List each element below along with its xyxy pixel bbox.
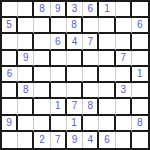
cell-r8c5: 1: [67, 116, 83, 132]
cell-r2c1: 5: [2, 18, 18, 34]
cell-r2c8[interactable]: [116, 18, 132, 34]
cell-r3c2[interactable]: [18, 34, 34, 50]
cell-r9c8[interactable]: [116, 132, 132, 148]
cell-r7c1[interactable]: [2, 99, 18, 115]
cell-r4c7[interactable]: [99, 51, 115, 67]
cell-r2c7[interactable]: [99, 18, 115, 34]
cell-r8c4[interactable]: [51, 116, 67, 132]
cell-r1c7: 1: [99, 2, 115, 18]
cell-r8c9: 8: [132, 116, 148, 132]
cell-r5c6[interactable]: [83, 67, 99, 83]
cell-r9c3: 2: [34, 132, 50, 148]
cell-r6c1[interactable]: [2, 83, 18, 99]
cell-r3c3[interactable]: [34, 34, 50, 50]
cell-r4c8: 7: [116, 51, 132, 67]
cell-r9c4: 7: [51, 132, 67, 148]
cell-r7c6: 8: [83, 99, 99, 115]
cell-r7c5: 7: [67, 99, 83, 115]
cell-r1c1[interactable]: [2, 2, 18, 18]
cell-r8c2[interactable]: [18, 116, 34, 132]
cell-r2c3[interactable]: [34, 18, 50, 34]
cell-r4c4[interactable]: [51, 51, 67, 67]
cell-r7c7[interactable]: [99, 99, 115, 115]
cell-r1c9[interactable]: [132, 2, 148, 18]
cell-r8c3[interactable]: [34, 116, 50, 132]
cell-r9c9[interactable]: [132, 132, 148, 148]
cell-r5c8[interactable]: [116, 67, 132, 83]
cell-r6c7[interactable]: [99, 83, 115, 99]
cell-r5c1: 6: [2, 67, 18, 83]
cell-r6c5[interactable]: [67, 83, 83, 99]
cell-r8c8[interactable]: [116, 116, 132, 132]
cell-r2c4[interactable]: [51, 18, 67, 34]
cell-r7c9[interactable]: [132, 99, 148, 115]
cell-r3c6: 7: [83, 34, 99, 50]
cell-r5c7[interactable]: [99, 67, 115, 83]
cell-r5c5[interactable]: [67, 67, 83, 83]
sudoku-page: 8936158664797618317891827946: [0, 0, 150, 150]
cell-r8c7[interactable]: [99, 116, 115, 132]
cell-r4c9[interactable]: [132, 51, 148, 67]
cell-r9c7: 6: [99, 132, 115, 148]
cell-r5c9: 1: [132, 67, 148, 83]
cell-r9c5: 9: [67, 132, 83, 148]
cell-r9c2[interactable]: [18, 132, 34, 148]
cell-r7c4: 1: [51, 99, 67, 115]
cell-r1c4: 9: [51, 2, 67, 18]
cell-r3c7[interactable]: [99, 34, 115, 50]
cell-r3c1[interactable]: [2, 34, 18, 50]
cell-r7c2[interactable]: [18, 99, 34, 115]
cell-r7c3[interactable]: [34, 99, 50, 115]
cell-r4c6[interactable]: [83, 51, 99, 67]
cell-r8c1: 9: [2, 116, 18, 132]
cell-r3c8[interactable]: [116, 34, 132, 50]
cell-r4c5[interactable]: [67, 51, 83, 67]
cell-r9c1[interactable]: [2, 132, 18, 148]
cell-r6c4[interactable]: [51, 83, 67, 99]
cell-r5c3[interactable]: [34, 67, 50, 83]
cell-r6c6[interactable]: [83, 83, 99, 99]
cell-r2c6[interactable]: [83, 18, 99, 34]
cell-r6c3[interactable]: [34, 83, 50, 99]
cell-r6c2: 8: [18, 83, 34, 99]
cell-r5c2[interactable]: [18, 67, 34, 83]
cell-r9c6: 4: [83, 132, 99, 148]
cell-r2c9: 6: [132, 18, 148, 34]
cell-r4c1[interactable]: [2, 51, 18, 67]
cell-r8c6[interactable]: [83, 116, 99, 132]
cell-r2c5: 8: [67, 18, 83, 34]
cell-r6c9[interactable]: [132, 83, 148, 99]
cell-r7c8[interactable]: [116, 99, 132, 115]
cell-r2c2[interactable]: [18, 18, 34, 34]
cell-r3c5: 4: [67, 34, 83, 50]
cell-r4c2: 9: [18, 51, 34, 67]
cell-r3c9[interactable]: [132, 34, 148, 50]
cell-r3c4: 6: [51, 34, 67, 50]
sudoku-board: 8936158664797618317891827946: [0, 0, 150, 150]
cell-r1c2[interactable]: [18, 2, 34, 18]
cell-r1c6: 6: [83, 2, 99, 18]
cell-r1c8[interactable]: [116, 2, 132, 18]
cell-r6c8: 3: [116, 83, 132, 99]
cell-r1c5: 3: [67, 2, 83, 18]
cell-r1c3: 8: [34, 2, 50, 18]
cell-r5c4[interactable]: [51, 67, 67, 83]
cell-r4c3[interactable]: [34, 51, 50, 67]
